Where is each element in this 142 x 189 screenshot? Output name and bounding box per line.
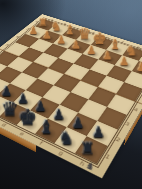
piece-glyph: ♟ <box>82 125 114 140</box>
square-h8[interactable]: ♜ <box>75 136 108 163</box>
piece-white-pawn[interactable]: ♟ <box>132 61 142 77</box>
piece-black-rook[interactable]: ♜ <box>75 136 108 163</box>
chess-photo-scene: abcdefgh abcdefgh 87654321 87654321 ♜♞♝♛… <box>0 0 142 189</box>
chess-board: abcdefgh abcdefgh 87654321 87654321 ♜♞♝♛… <box>0 14 142 178</box>
piece-glyph: ♟ <box>128 61 142 73</box>
piece-glyph: ♜ <box>70 140 104 157</box>
square-h2[interactable]: ♟ <box>132 61 142 77</box>
table-surface: abcdefgh abcdefgh 87654321 87654321 ♜♞♝♛… <box>0 0 142 189</box>
board-top-face: abcdefgh abcdefgh 87654321 87654321 ♜♞♝♛… <box>0 14 142 178</box>
